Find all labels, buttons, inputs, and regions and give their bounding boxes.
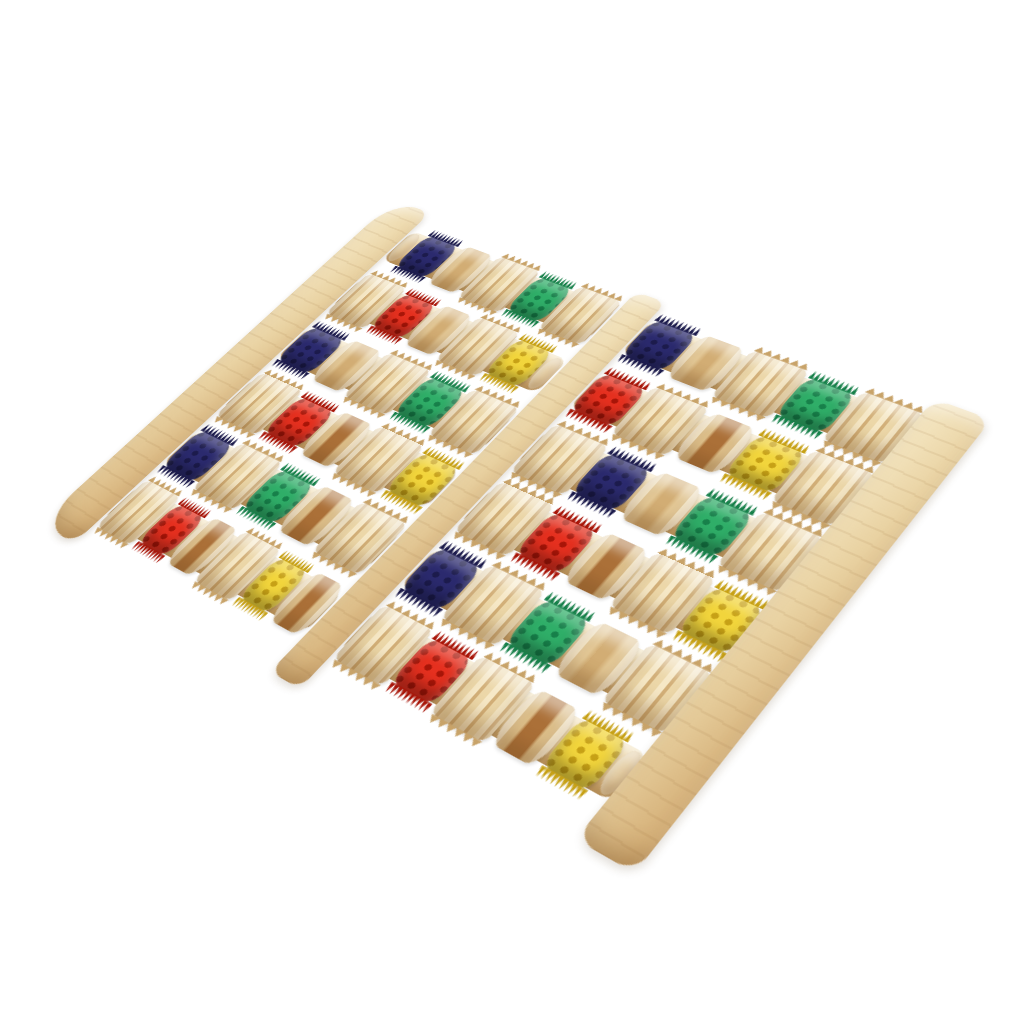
photo-background [0,0,1024,1024]
foot-massage-roller [58,210,978,845]
roller-rows [88,221,932,818]
